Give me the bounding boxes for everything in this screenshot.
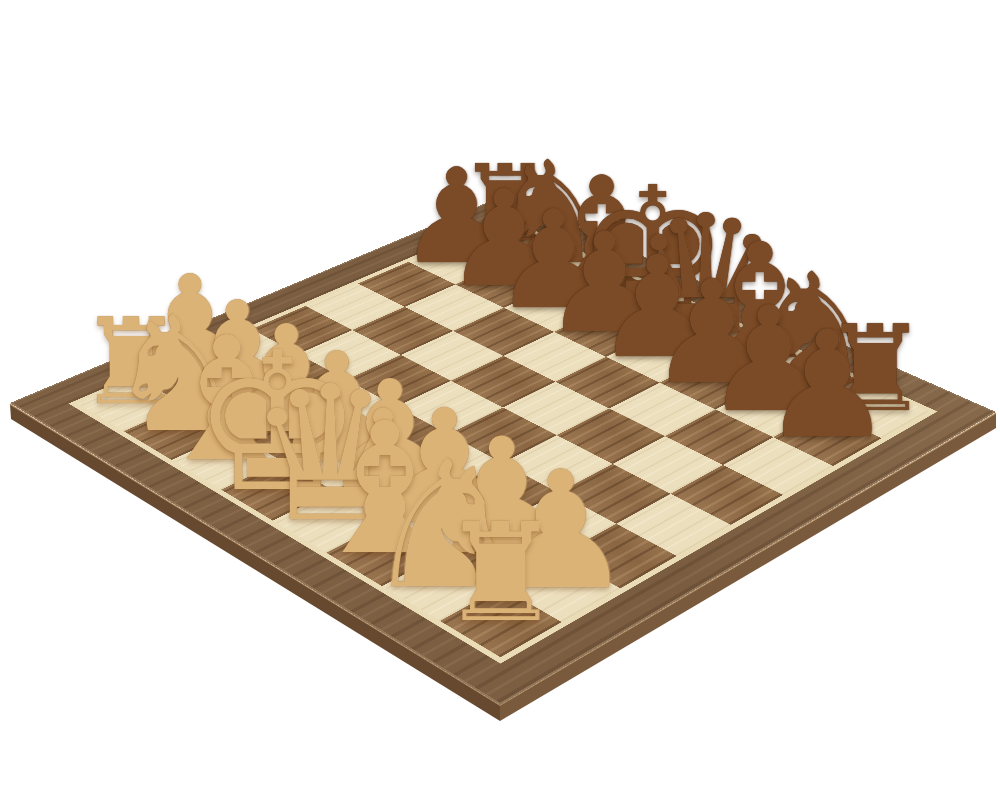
piece-white-rook-a1[interactable]: ♜ — [440, 506, 562, 642]
piece-black-pawn-a7[interactable]: ♟ — [761, 312, 894, 460]
chess-set-photo: ♜♞♝♛♚♝♞♜♟♟♟♟♟♟♟♟♜♞♝♛♚♝♞♜♟♟♟♟♟♟♟♟ — [0, 0, 1000, 800]
